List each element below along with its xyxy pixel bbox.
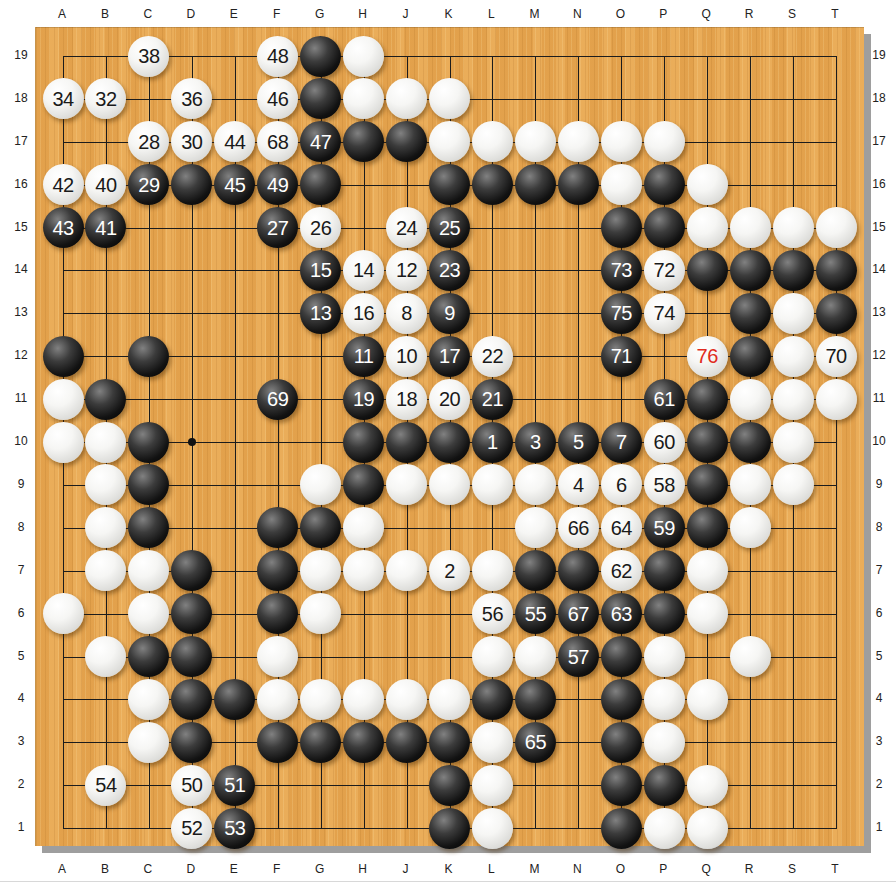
row-label-10: 10 [872,434,885,448]
stone-G6[interactable] [300,593,341,634]
stone-J4[interactable] [386,679,427,720]
row-label-14: 14 [14,262,27,276]
stone-O15[interactable] [601,207,642,248]
row-label-19: 19 [14,48,27,62]
stone-B16[interactable]: 40 [85,164,126,205]
stone-R8[interactable] [730,507,771,548]
row-label-5: 5 [18,649,25,663]
stone-K9[interactable] [429,464,470,505]
stone-P16[interactable] [644,164,685,205]
stone-H9[interactable] [343,464,384,505]
stone-H17[interactable] [343,121,384,162]
stone-O2[interactable] [601,765,642,806]
stone-D7[interactable] [171,550,212,591]
move-number: 56 [482,604,503,624]
stone-O12[interactable]: 71 [601,336,642,377]
stone-H3[interactable] [343,722,384,763]
stone-D6[interactable] [171,593,212,634]
row-label-13: 13 [872,305,885,319]
stone-K17[interactable] [429,121,470,162]
row-label-15: 15 [14,220,27,234]
stone-R10[interactable] [730,422,771,463]
move-number: 2 [444,561,455,581]
move-number: 45 [224,175,245,195]
stone-M9[interactable] [515,464,556,505]
row-label-15: 15 [872,220,885,234]
move-number: 18 [396,389,417,409]
stone-G7[interactable] [300,550,341,591]
move-number: 49 [267,175,288,195]
column-label-R: R [745,862,754,876]
row-label-9: 9 [18,477,25,491]
stone-C16[interactable]: 29 [128,164,169,205]
move-number: 24 [396,218,417,238]
move-number: 13 [310,303,331,323]
stone-E17[interactable]: 44 [214,121,255,162]
stone-K7[interactable]: 2 [429,550,470,591]
stone-C6[interactable] [128,593,169,634]
stone-L16[interactable] [472,164,513,205]
stone-C17[interactable]: 28 [128,121,169,162]
move-number: 30 [181,132,202,152]
stone-R12[interactable] [730,336,771,377]
stone-L9[interactable] [472,464,513,505]
stone-H13[interactable]: 16 [343,293,384,334]
stone-K1[interactable] [429,808,470,849]
stone-A6[interactable] [43,593,84,634]
stone-J17[interactable] [386,121,427,162]
move-number: 43 [52,218,73,238]
move-number: 29 [138,175,159,195]
stone-D3[interactable] [171,722,212,763]
stone-L10[interactable]: 1 [472,422,513,463]
stone-P1[interactable] [644,808,685,849]
stone-C8[interactable] [128,507,169,548]
stone-L6[interactable]: 56 [472,593,513,634]
move-number: 64 [611,518,632,538]
stone-C4[interactable] [128,679,169,720]
row-label-2: 2 [876,777,883,791]
column-label-G: G [315,7,324,21]
stone-F4[interactable] [257,679,298,720]
stone-K16[interactable] [429,164,470,205]
stone-T12[interactable]: 70 [816,336,857,377]
stone-K14[interactable]: 23 [429,250,470,291]
stone-L2[interactable] [472,765,513,806]
stone-Q10[interactable] [687,422,728,463]
stone-J7[interactable] [386,550,427,591]
stone-K4[interactable] [429,679,470,720]
stone-G8[interactable] [300,507,341,548]
stone-O10[interactable]: 7 [601,422,642,463]
stone-J11[interactable]: 18 [386,379,427,420]
stone-C19[interactable]: 38 [128,36,169,77]
stone-S10[interactable] [773,422,814,463]
move-number: 53 [224,818,245,838]
stone-O6[interactable]: 63 [601,593,642,634]
stone-G9[interactable] [300,464,341,505]
stone-D16[interactable] [171,164,212,205]
stone-L17[interactable] [472,121,513,162]
stone-G17[interactable]: 47 [300,121,341,162]
stone-A16[interactable]: 42 [43,164,84,205]
row-label-17: 17 [14,134,27,148]
move-number: 34 [52,89,73,109]
column-label-N: N [573,862,582,876]
move-number: 63 [611,604,632,624]
move-number: 12 [396,260,417,280]
stone-P13[interactable]: 74 [644,293,685,334]
stone-O8[interactable]: 64 [601,507,642,548]
stone-A11[interactable] [43,379,84,420]
stone-C10[interactable] [128,422,169,463]
stone-K12[interactable]: 17 [429,336,470,377]
stone-S9[interactable] [773,464,814,505]
stone-J14[interactable]: 12 [386,250,427,291]
stone-H7[interactable] [343,550,384,591]
stone-O7[interactable]: 62 [601,550,642,591]
move-number: 62 [611,561,632,581]
stone-Q7[interactable] [687,550,728,591]
stone-K3[interactable] [429,722,470,763]
stone-G15[interactable]: 26 [300,207,341,248]
stone-N17[interactable] [558,121,599,162]
move-number: 28 [138,132,159,152]
stone-J18[interactable] [386,78,427,119]
stone-Q4[interactable] [687,679,728,720]
stone-L11[interactable]: 21 [472,379,513,420]
stone-P3[interactable] [644,722,685,763]
row-label-2: 2 [18,777,25,791]
stone-A15[interactable]: 43 [43,207,84,248]
stone-Q16[interactable] [687,164,728,205]
move-number: 69 [267,389,288,409]
stone-M10[interactable]: 3 [515,422,556,463]
move-number: 42 [52,175,73,195]
stone-T15[interactable] [816,207,857,248]
move-number: 51 [224,775,245,795]
stone-D18[interactable]: 36 [171,78,212,119]
stone-S15[interactable] [773,207,814,248]
stone-D2[interactable]: 50 [171,765,212,806]
stone-A12[interactable] [43,336,84,377]
stone-P5[interactable] [644,636,685,677]
move-number: 48 [267,46,288,66]
stone-G4[interactable] [300,679,341,720]
stone-P15[interactable] [644,207,685,248]
move-number: 60 [654,432,675,452]
stone-O17[interactable] [601,121,642,162]
stone-F19[interactable]: 48 [257,36,298,77]
stone-M16[interactable] [515,164,556,205]
stone-R13[interactable] [730,293,771,334]
move-number: 58 [654,475,675,495]
row-label-16: 16 [14,177,27,191]
move-number: 11 [354,346,374,366]
stone-M17[interactable] [515,121,556,162]
stone-P11[interactable]: 61 [644,379,685,420]
move-number: 73 [611,260,632,280]
stone-K18[interactable] [429,78,470,119]
stone-B2[interactable]: 54 [85,765,126,806]
stone-H19[interactable] [343,36,384,77]
grid-vline [836,56,837,829]
stone-S13[interactable] [773,293,814,334]
stone-H12[interactable]: 11 [343,336,384,377]
row-label-6: 6 [876,606,883,620]
stone-F17[interactable]: 68 [257,121,298,162]
stone-K10[interactable] [429,422,470,463]
stone-H18[interactable] [343,78,384,119]
stone-H4[interactable] [343,679,384,720]
stone-M7[interactable] [515,550,556,591]
stone-O14[interactable]: 73 [601,250,642,291]
stone-S11[interactable] [773,379,814,420]
stone-N8[interactable]: 66 [558,507,599,548]
move-number: 65 [525,732,546,752]
row-label-10: 10 [14,434,27,448]
stone-F18[interactable]: 46 [257,78,298,119]
stone-O4[interactable] [601,679,642,720]
stone-G3[interactable] [300,722,341,763]
stone-O3[interactable] [601,722,642,763]
stone-O1[interactable] [601,808,642,849]
stone-B7[interactable] [85,550,126,591]
stone-T11[interactable] [816,379,857,420]
stone-H11[interactable]: 19 [343,379,384,420]
stone-P14[interactable]: 72 [644,250,685,291]
stone-J15[interactable]: 24 [386,207,427,248]
move-number: 19 [353,389,374,409]
stone-P4[interactable] [644,679,685,720]
stone-B9[interactable] [85,464,126,505]
move-number: 21 [482,389,503,409]
stone-M6[interactable]: 55 [515,593,556,634]
row-label-14: 14 [872,262,885,276]
stone-E4[interactable] [214,679,255,720]
stone-P7[interactable] [644,550,685,591]
goban-board[interactable]: 3848343236462830446847424029454943412726… [35,27,864,846]
stone-F8[interactable] [257,507,298,548]
column-label-A: A [58,862,66,876]
stone-H14[interactable]: 14 [343,250,384,291]
stone-G13[interactable]: 13 [300,293,341,334]
stone-N5[interactable]: 57 [558,636,599,677]
stone-N6[interactable]: 67 [558,593,599,634]
stone-M8[interactable] [515,507,556,548]
stone-P10[interactable]: 60 [644,422,685,463]
stone-G16[interactable] [300,164,341,205]
column-label-E: E [230,862,238,876]
column-label-J: J [403,7,409,21]
move-number: 9 [444,303,455,323]
column-label-T: T [831,862,838,876]
stone-B10[interactable] [85,422,126,463]
stone-O16[interactable] [601,164,642,205]
stone-B11[interactable] [85,379,126,420]
stone-B15[interactable]: 41 [85,207,126,248]
stone-T13[interactable] [816,293,857,334]
stone-N7[interactable] [558,550,599,591]
move-number: 59 [654,518,675,538]
stone-K2[interactable] [429,765,470,806]
column-label-D: D [186,7,195,21]
stone-G18[interactable] [300,78,341,119]
move-number: 27 [267,218,288,238]
row-label-12: 12 [14,348,27,362]
stone-D4[interactable] [171,679,212,720]
move-number: 66 [568,518,589,538]
stone-F7[interactable] [257,550,298,591]
stone-B18[interactable]: 32 [85,78,126,119]
row-label-8: 8 [18,520,25,534]
column-label-A: A [58,7,66,21]
stone-C7[interactable] [128,550,169,591]
column-label-O: O [616,7,625,21]
stone-D5[interactable] [171,636,212,677]
stone-J13[interactable]: 8 [386,293,427,334]
stone-N10[interactable]: 5 [558,422,599,463]
stone-O5[interactable] [601,636,642,677]
stone-G14[interactable]: 15 [300,250,341,291]
stone-Q1[interactable] [687,808,728,849]
move-number: 25 [439,218,460,238]
stone-M5[interactable] [515,636,556,677]
stone-H8[interactable] [343,507,384,548]
column-label-P: P [659,862,667,876]
move-number: 40 [95,175,116,195]
move-number: 67 [568,604,589,624]
move-number: 3 [530,432,541,452]
stone-Q14[interactable] [687,250,728,291]
column-label-G: G [315,862,324,876]
stone-Q9[interactable] [687,464,728,505]
column-label-F: F [273,862,280,876]
move-number: 1 [487,432,498,452]
column-label-L: L [488,862,495,876]
move-number: 23 [439,260,460,280]
stone-P2[interactable] [644,765,685,806]
stone-J12[interactable]: 10 [386,336,427,377]
stone-N16[interactable] [558,164,599,205]
stone-R5[interactable] [730,636,771,677]
stone-B8[interactable] [85,507,126,548]
stone-K13[interactable]: 9 [429,293,470,334]
stone-C3[interactable] [128,722,169,763]
column-label-P: P [659,7,667,21]
stone-E16[interactable]: 45 [214,164,255,205]
stone-T14[interactable] [816,250,857,291]
stone-E2[interactable]: 51 [214,765,255,806]
stone-G19[interactable] [300,36,341,77]
stone-L1[interactable] [472,808,513,849]
stone-A18[interactable]: 34 [43,78,84,119]
column-label-K: K [444,862,452,876]
move-number: 16 [353,303,374,323]
stone-J9[interactable] [386,464,427,505]
stone-M3[interactable]: 65 [515,722,556,763]
stone-B5[interactable] [85,636,126,677]
row-label-9: 9 [876,477,883,491]
stone-N9[interactable]: 4 [558,464,599,505]
move-number: 44 [224,132,245,152]
move-number: 36 [181,89,202,109]
stone-R14[interactable] [730,250,771,291]
stone-Q2[interactable] [687,765,728,806]
stone-E1[interactable]: 53 [214,808,255,849]
stone-O13[interactable]: 75 [601,293,642,334]
move-number: 50 [181,775,202,795]
stone-F16[interactable]: 49 [257,164,298,205]
move-number: 10 [396,346,417,366]
stone-H10[interactable] [343,422,384,463]
stone-S14[interactable] [773,250,814,291]
stone-S12[interactable] [773,336,814,377]
move-number: 17 [439,346,460,366]
stone-L5[interactable] [472,636,513,677]
row-label-3: 3 [876,734,883,748]
column-label-S: S [788,862,796,876]
column-label-M: M [529,862,539,876]
column-label-J: J [403,862,409,876]
column-label-D: D [186,862,195,876]
stone-F11[interactable]: 69 [257,379,298,420]
stone-J10[interactable] [386,422,427,463]
stone-Q6[interactable] [687,593,728,634]
stone-P6[interactable] [644,593,685,634]
stone-Q8[interactable] [687,507,728,548]
stone-F5[interactable] [257,636,298,677]
stone-C12[interactable] [128,336,169,377]
move-number: 76 [697,346,718,366]
stone-F6[interactable] [257,593,298,634]
move-number: 46 [267,89,288,109]
column-label-T: T [831,7,838,21]
stone-F3[interactable] [257,722,298,763]
row-label-8: 8 [876,520,883,534]
stone-D1[interactable]: 52 [171,808,212,849]
stone-K11[interactable]: 20 [429,379,470,420]
stone-C5[interactable] [128,636,169,677]
stone-L3[interactable] [472,722,513,763]
stone-Q11[interactable] [687,379,728,420]
column-label-Q: Q [702,862,711,876]
stone-Q12[interactable]: 76 [687,336,728,377]
column-label-Q: Q [702,7,711,21]
stone-O9[interactable]: 6 [601,464,642,505]
stone-K15[interactable]: 25 [429,207,470,248]
stone-J3[interactable] [386,722,427,763]
stone-D17[interactable]: 30 [171,121,212,162]
star-point-D10 [188,438,196,446]
stone-P8[interactable]: 59 [644,507,685,548]
stone-A10[interactable] [43,422,84,463]
stone-M4[interactable] [515,679,556,720]
stone-Q15[interactable] [687,207,728,248]
stone-C9[interactable] [128,464,169,505]
row-label-4: 4 [18,691,25,705]
stone-P9[interactable]: 58 [644,464,685,505]
stone-R11[interactable] [730,379,771,420]
stone-R9[interactable] [730,464,771,505]
stone-L12[interactable]: 22 [472,336,513,377]
row-label-7: 7 [876,563,883,577]
stone-R15[interactable] [730,207,771,248]
stone-P17[interactable] [644,121,685,162]
stone-F15[interactable]: 27 [257,207,298,248]
stone-L7[interactable] [472,550,513,591]
stone-L4[interactable] [472,679,513,720]
